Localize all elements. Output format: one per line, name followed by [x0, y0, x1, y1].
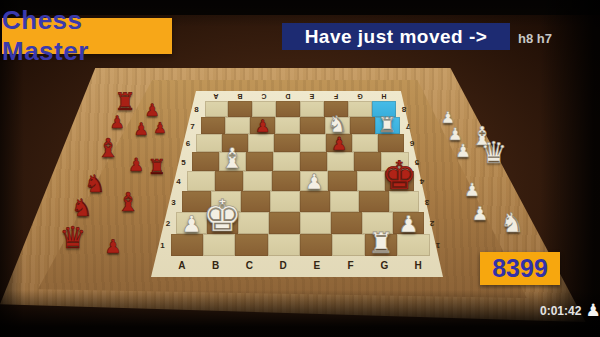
- rank-label-right-4: 4: [419, 177, 423, 186]
- file-label-bottom-e: E: [314, 260, 321, 271]
- captured-white-knight: ♞: [500, 209, 524, 236]
- captured-red-pawn: ♟: [128, 156, 144, 174]
- file-label-top-f: F: [334, 93, 338, 100]
- square-c3[interactable]: [241, 191, 271, 212]
- piece-white-pawn-e4[interactable]: ♟: [305, 172, 324, 193]
- square-f1[interactable]: [332, 234, 364, 256]
- square-e7[interactable]: [300, 117, 325, 134]
- rank-label-left-4: 4: [176, 177, 180, 186]
- square-f4[interactable]: [328, 171, 356, 191]
- square-h1[interactable]: [397, 234, 429, 256]
- file-label-bottom-g: G: [380, 260, 388, 271]
- file-label-top-b: B: [238, 93, 243, 100]
- piece-red-pawn-c7[interactable]: ♟: [255, 118, 270, 135]
- file-label-top-g: G: [357, 93, 362, 100]
- app-title: Chess Master: [2, 5, 172, 67]
- square-e3[interactable]: [300, 191, 330, 212]
- square-d6[interactable]: [274, 134, 300, 152]
- rank-label-left-8: 8: [194, 105, 198, 114]
- square-f3[interactable]: [330, 191, 360, 212]
- file-label-top-c: C: [262, 93, 267, 100]
- captured-red-rook: ♜: [114, 90, 136, 114]
- captured-white-pawn: ♟: [455, 142, 471, 160]
- file-label-bottom-f: F: [348, 260, 354, 271]
- file-label-top-h: H: [381, 93, 386, 100]
- square-f2[interactable]: [331, 212, 362, 234]
- square-e1[interactable]: [300, 234, 332, 256]
- rank-label-right-8: 8: [401, 105, 405, 114]
- square-c8[interactable]: [252, 101, 276, 117]
- rank-label-left-1: 1: [160, 241, 164, 250]
- captured-red-bishop: ♝: [96, 135, 119, 161]
- captured-red-pawn: ♟: [109, 114, 124, 131]
- rank-label-left-6: 6: [186, 139, 190, 148]
- square-a1[interactable]: [171, 234, 203, 256]
- square-d1[interactable]: [268, 234, 300, 256]
- square-b7[interactable]: [225, 117, 250, 134]
- file-label-bottom-c: C: [246, 260, 253, 271]
- chess-piece-icon: ♟: [585, 303, 600, 318]
- captured-red-queen: ♛: [60, 223, 87, 253]
- rank-label-right-3: 3: [424, 197, 428, 206]
- square-e8[interactable]: [300, 101, 324, 117]
- move-status-label: Have just moved ->: [305, 26, 488, 48]
- captured-white-queen: ♛: [481, 138, 508, 168]
- rank-label-right-6: 6: [410, 139, 414, 148]
- file-label-top-a: A: [214, 93, 219, 100]
- piece-white-pawn-a2[interactable]: ♟: [181, 213, 202, 236]
- score-badge: 8399: [480, 252, 560, 285]
- rank-label-right-2: 2: [430, 219, 434, 228]
- captured-white-pawn: ♟: [471, 204, 488, 223]
- rank-label-left-3: 3: [171, 197, 175, 206]
- square-a5[interactable]: [192, 152, 219, 171]
- piece-red-pawn-f6[interactable]: ♟: [331, 135, 347, 153]
- square-d7[interactable]: [275, 117, 300, 134]
- square-c2[interactable]: [238, 212, 269, 234]
- captured-red-pawn: ♟: [133, 121, 148, 138]
- move-status-banner: Have just moved ->: [282, 23, 510, 50]
- piece-red-king-h4[interactable]: ♚: [382, 156, 417, 195]
- square-e6[interactable]: [300, 134, 326, 152]
- file-label-top-d: D: [286, 93, 291, 100]
- square-c4[interactable]: [243, 171, 271, 191]
- game-timer: 0:01:42 ♟: [540, 303, 600, 318]
- square-a8[interactable]: [205, 101, 229, 117]
- captured-red-pawn: ♟: [153, 121, 166, 136]
- square-g7[interactable]: [350, 117, 375, 134]
- rank-label-left-7: 7: [190, 121, 194, 130]
- captured-red-knight: ♞: [71, 196, 93, 220]
- square-d8[interactable]: [276, 101, 300, 117]
- square-g6[interactable]: [352, 134, 378, 152]
- file-label-bottom-d: D: [280, 260, 287, 271]
- square-a6[interactable]: [196, 134, 222, 152]
- square-b8[interactable]: [228, 101, 252, 117]
- app-title-banner: Chess Master: [2, 18, 172, 54]
- file-label-top-e: E: [310, 93, 315, 100]
- file-label-bottom-a: A: [178, 260, 185, 271]
- score-value: 8399: [492, 254, 548, 283]
- square-d2[interactable]: [269, 212, 300, 234]
- last-move-coordinates: h8 h7: [518, 31, 552, 46]
- file-label-bottom-b: B: [212, 260, 219, 271]
- captured-red-rook: ♜: [148, 157, 167, 178]
- piece-white-rook-g1[interactable]: ♜: [368, 229, 394, 258]
- rank-label-right-1: 1: [435, 241, 439, 250]
- captured-red-bishop: ♝: [116, 189, 139, 215]
- captured-white-pawn: ♟: [464, 181, 480, 199]
- piece-white-bishop-b5[interactable]: ♝: [220, 145, 245, 173]
- piece-white-pawn-h2[interactable]: ♟: [398, 213, 419, 236]
- piece-white-king-b2[interactable]: ♚: [203, 194, 242, 238]
- square-g8[interactable]: [348, 101, 372, 117]
- square-h6[interactable]: [378, 134, 404, 152]
- file-label-bottom-h: H: [415, 260, 422, 271]
- rank-label-right-7: 7: [405, 121, 409, 130]
- square-a4[interactable]: [187, 171, 215, 191]
- square-c6[interactable]: [248, 134, 274, 152]
- square-e5[interactable]: [300, 152, 327, 171]
- square-a7[interactable]: [201, 117, 226, 134]
- square-e2[interactable]: [300, 212, 331, 234]
- board-row-7: [201, 117, 400, 134]
- captured-red-knight: ♞: [84, 172, 106, 196]
- captured-red-pawn: ♟: [104, 237, 121, 256]
- square-d4[interactable]: [272, 171, 300, 191]
- board-row-8: [205, 101, 396, 117]
- square-d5[interactable]: [273, 152, 300, 171]
- square-c5[interactable]: [246, 152, 273, 171]
- piece-white-rook-h7[interactable]: ♜: [378, 115, 397, 136]
- rank-label-left-2: 2: [166, 219, 170, 228]
- square-f5[interactable]: [327, 152, 354, 171]
- square-d3[interactable]: [270, 191, 300, 212]
- rank-label-left-5: 5: [181, 157, 185, 166]
- square-g5[interactable]: [354, 152, 381, 171]
- captured-red-pawn: ♟: [144, 102, 159, 119]
- timer-value: 0:01:42: [540, 304, 581, 318]
